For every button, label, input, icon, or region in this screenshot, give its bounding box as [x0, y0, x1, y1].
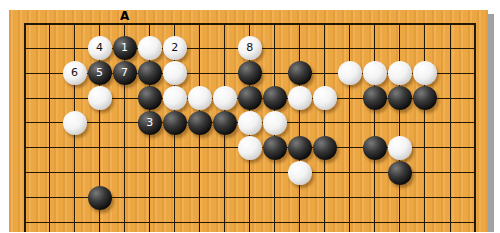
move-number-label: 8 [246, 41, 253, 54]
move-number-label: 1 [121, 41, 128, 54]
black-stone [163, 111, 187, 135]
move-number-label: 3 [146, 116, 153, 129]
black-stone [188, 111, 212, 135]
go-board: 41286573A [9, 10, 488, 232]
black-stone [363, 136, 387, 160]
white-stone [163, 86, 187, 110]
black-stone-move-7: 7 [113, 61, 137, 85]
white-stone [238, 111, 262, 135]
grid-line-vertical [474, 23, 476, 233]
black-stone [288, 136, 312, 160]
white-stone [88, 86, 112, 110]
black-stone [363, 86, 387, 110]
move-number-label: 4 [96, 41, 103, 54]
black-stone-move-3: 3 [138, 111, 162, 135]
black-stone [138, 61, 162, 85]
board-drop-shadow [488, 14, 494, 232]
white-stone [238, 136, 262, 160]
white-stone [188, 86, 212, 110]
white-stone [263, 111, 287, 135]
white-stone-move-2: 2 [163, 36, 187, 60]
white-stone [138, 36, 162, 60]
black-stone [288, 61, 312, 85]
move-number-label: 2 [171, 41, 178, 54]
white-stone [388, 61, 412, 85]
white-stone [313, 86, 337, 110]
move-number-label: 5 [96, 66, 103, 79]
black-stone [388, 86, 412, 110]
move-number-label: 6 [71, 66, 78, 79]
grid-line-horizontal [24, 23, 477, 25]
white-stone [363, 61, 387, 85]
white-stone [213, 86, 237, 110]
grid-line-vertical [424, 23, 425, 233]
white-stone [63, 111, 87, 135]
grid-line-vertical [349, 23, 350, 233]
go-diagram-page: 41286573A [0, 0, 500, 232]
black-stone [413, 86, 437, 110]
grid-line-vertical [299, 23, 300, 233]
black-stone [263, 86, 287, 110]
white-stone [288, 86, 312, 110]
black-stone [138, 86, 162, 110]
grid-line-vertical [49, 23, 50, 233]
white-stone-move-6: 6 [63, 61, 87, 85]
grid-line-vertical [450, 23, 451, 233]
black-stone-move-1: 1 [113, 36, 137, 60]
black-stone [238, 86, 262, 110]
black-stone [388, 161, 412, 185]
white-stone [413, 61, 437, 85]
grid-line-vertical [324, 23, 325, 233]
white-stone-move-8: 8 [238, 36, 262, 60]
point-label-a: A [115, 10, 135, 23]
white-stone [388, 136, 412, 160]
grid-line-horizontal [24, 222, 477, 223]
grid-line-vertical [24, 23, 26, 233]
black-stone-move-5: 5 [88, 61, 112, 85]
black-stone [313, 136, 337, 160]
black-stone [88, 186, 112, 210]
white-stone [338, 61, 362, 85]
move-number-label: 7 [121, 66, 128, 79]
black-stone [238, 61, 262, 85]
black-stone [213, 111, 237, 135]
black-stone [263, 136, 287, 160]
grid-line-vertical [374, 23, 375, 233]
white-stone-move-4: 4 [88, 36, 112, 60]
white-stone [163, 61, 187, 85]
grid-line-vertical [399, 23, 400, 233]
white-stone [288, 161, 312, 185]
